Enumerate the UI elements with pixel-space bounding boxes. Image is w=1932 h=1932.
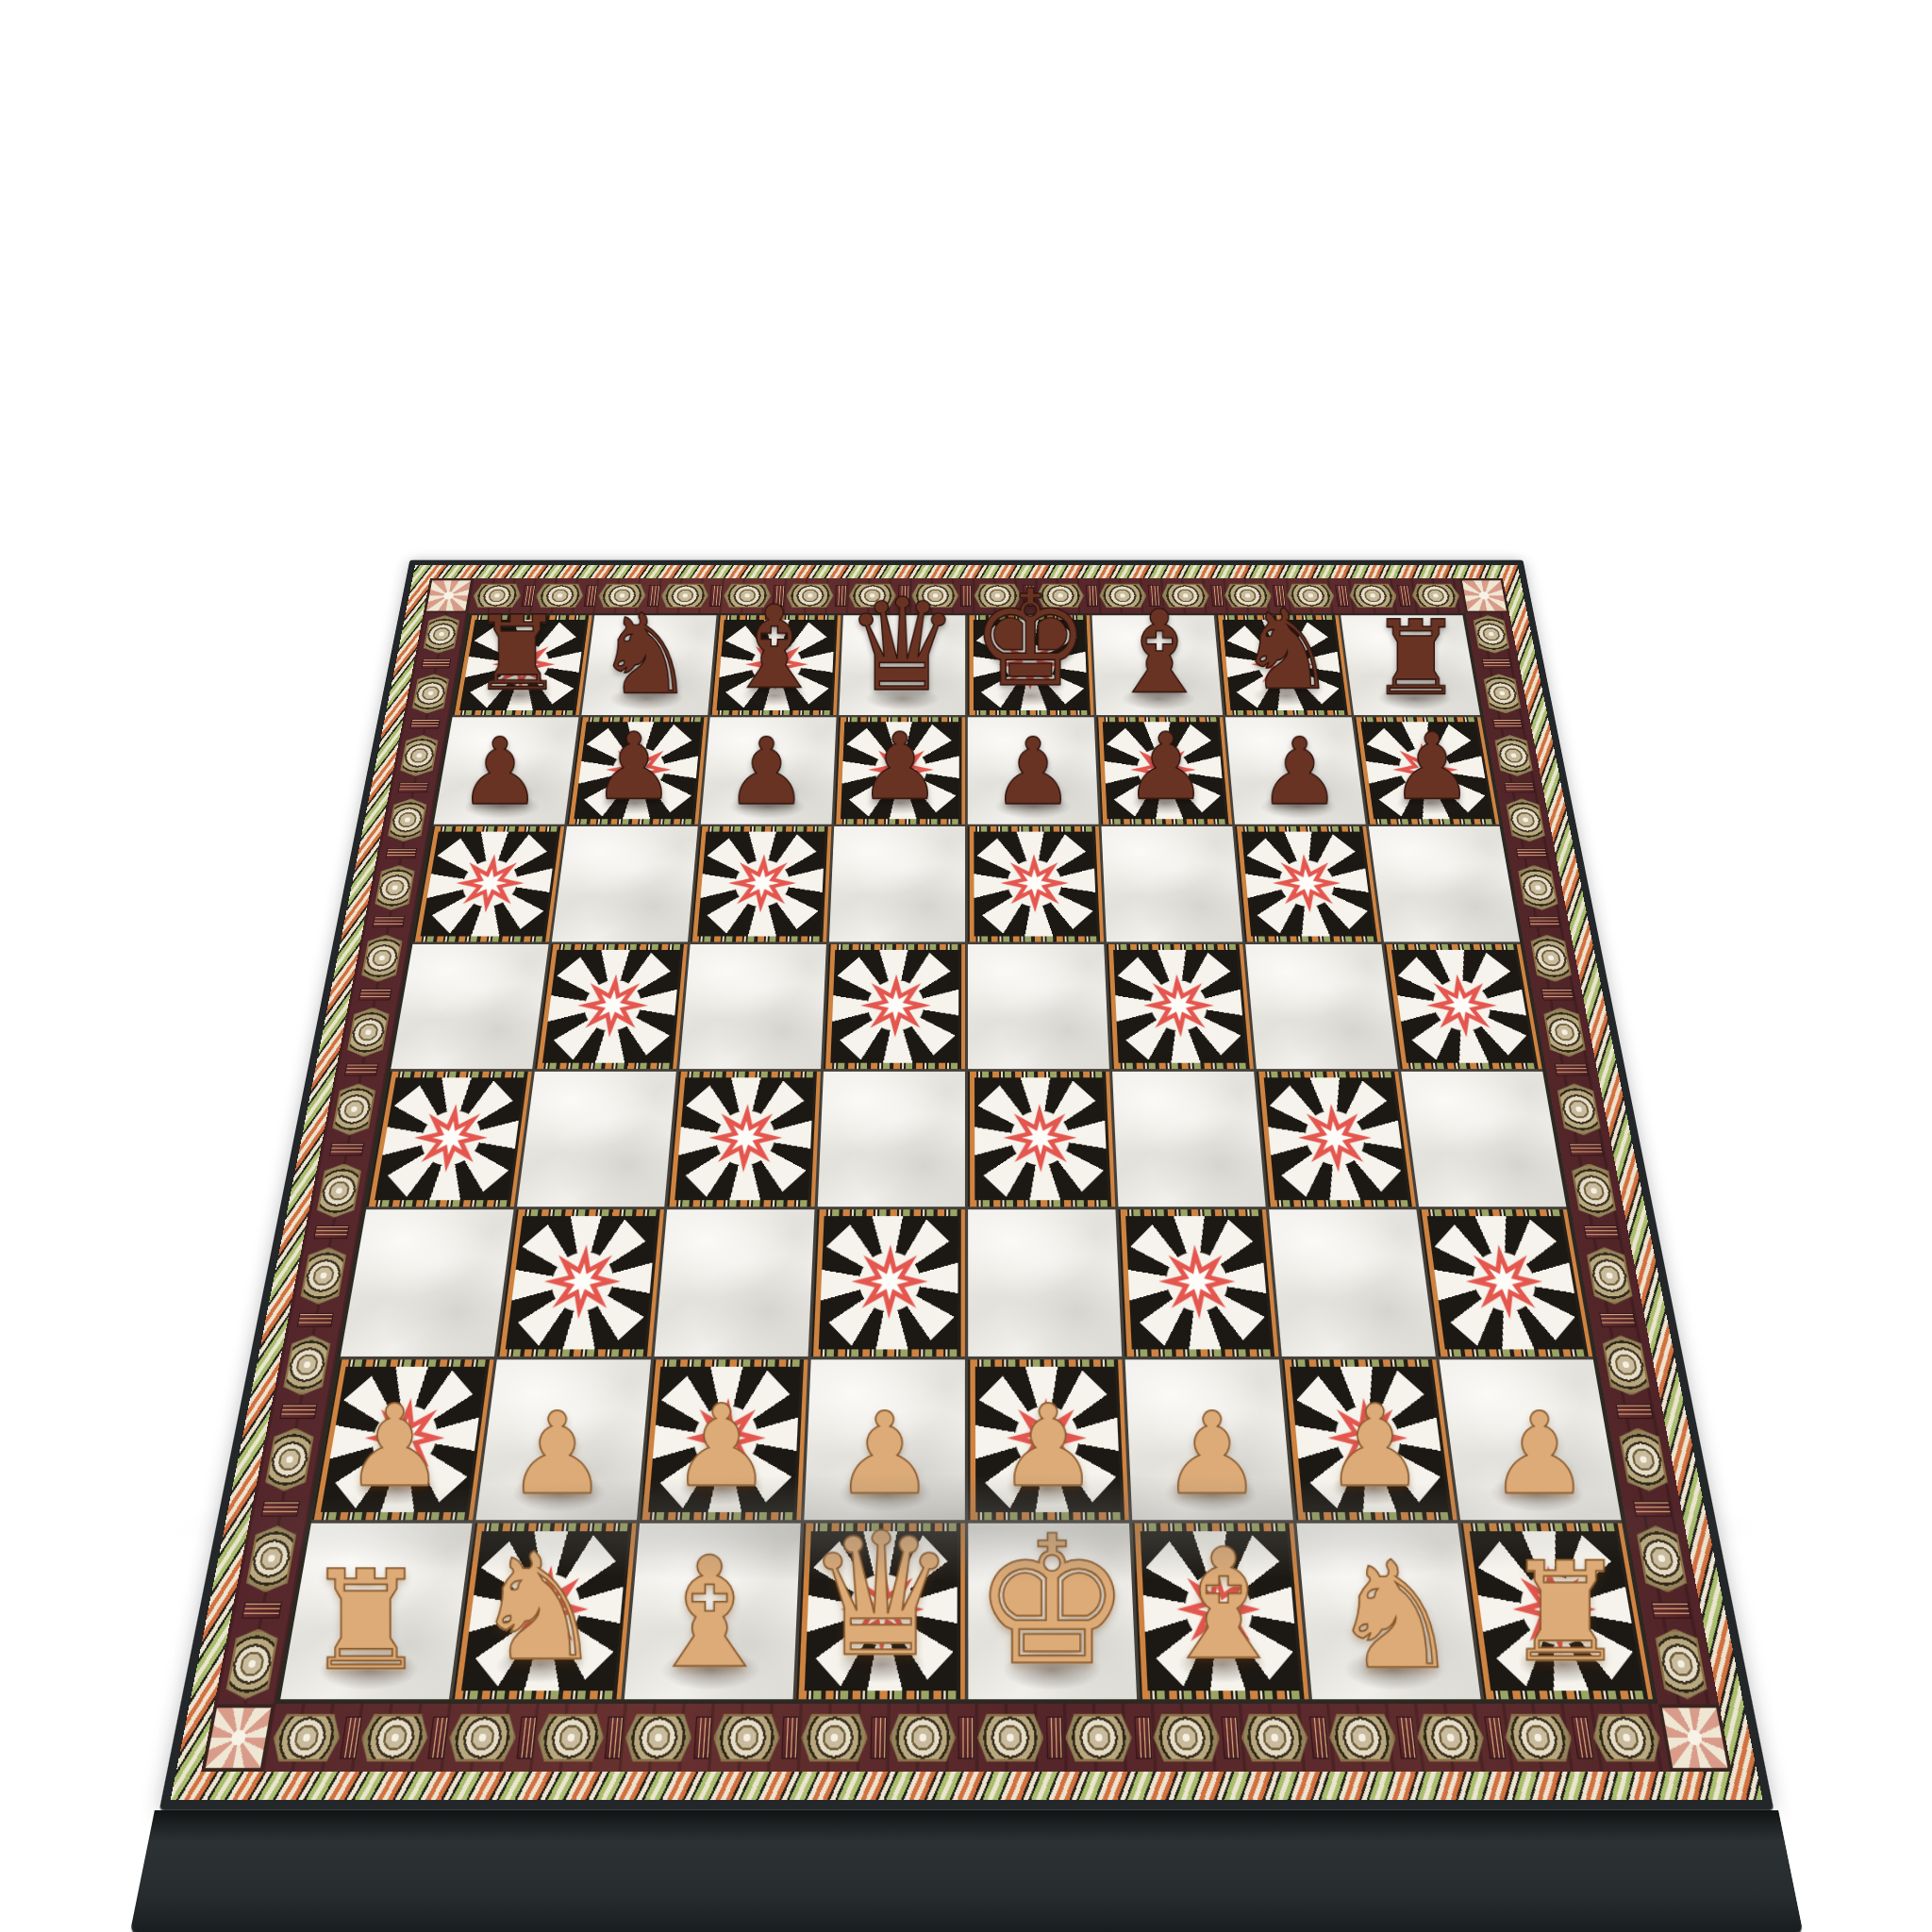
square-e7[interactable]: ♟ [967, 717, 1098, 824]
border-stripe-ribbon: ♜♞♝♛♚♝♞♜♟♟♟♟♟♟♟♟♟♟♟♟♟♟♟♟♜♞♝♛♚♝♞♜ [170, 565, 1762, 1800]
border-separator [960, 585, 972, 607]
border-medallion [1224, 584, 1273, 608]
border-separator [1483, 1717, 1505, 1759]
border-medallion [723, 584, 772, 608]
border-separator [427, 1717, 449, 1759]
border-separator [870, 1717, 887, 1759]
piece-black-pawn-a7[interactable]: ♟ [458, 726, 541, 819]
border-separator [692, 1717, 711, 1759]
border-separator [1515, 848, 1547, 858]
square-h3[interactable] [1419, 1209, 1592, 1357]
square-e6[interactable] [967, 826, 1103, 941]
border-corner-motif [201, 1704, 275, 1772]
border-band-top [467, 578, 1465, 612]
border-separator [709, 585, 723, 607]
piece-black-bishop-c8[interactable]: ♝ [723, 591, 824, 705]
border-medallion [534, 584, 584, 608]
border-medallion [1542, 1008, 1587, 1057]
border-separator [1221, 1717, 1240, 1759]
square-d3[interactable] [810, 1209, 964, 1357]
square-h7[interactable]: ♟ [1354, 717, 1499, 824]
border-medallion [1517, 865, 1559, 909]
border-medallion [889, 1714, 955, 1761]
border-corner-motif [1459, 578, 1509, 612]
border-medallion [1348, 584, 1398, 608]
square-g6[interactable] [1235, 826, 1381, 941]
border-separator [339, 1717, 361, 1759]
square-e8[interactable]: ♚ [967, 615, 1093, 715]
border-separator [604, 1717, 624, 1759]
square-d8[interactable]: ♛ [839, 615, 965, 715]
piece-black-rook-a8[interactable]: ♜ [471, 603, 562, 705]
border-separator [313, 1225, 349, 1239]
border-medallion [623, 1714, 692, 1761]
border-medallion [848, 584, 895, 608]
border-corner-motif [1657, 1704, 1731, 1772]
border-medallion [597, 584, 647, 608]
piece-black-pawn-g7[interactable]: ♟ [1257, 726, 1341, 819]
square-c4[interactable] [667, 1072, 821, 1207]
border-medallion [422, 615, 459, 653]
square-c5[interactable] [679, 944, 826, 1069]
square-b5[interactable] [535, 944, 688, 1069]
border-separator [1133, 1717, 1151, 1759]
border-medallion [315, 1163, 362, 1217]
border-medallion [330, 1084, 375, 1135]
border-medallion [977, 1714, 1043, 1761]
square-d4[interactable] [817, 1072, 964, 1207]
square-h4[interactable] [1401, 1072, 1566, 1207]
piece-black-pawn-h7[interactable]: ♟ [1391, 721, 1474, 813]
square-e4[interactable] [968, 1072, 1115, 1207]
square-f4[interactable] [1112, 1072, 1266, 1207]
border-medallion [1152, 1714, 1221, 1761]
border-separator [1481, 658, 1511, 668]
border-separator [421, 658, 451, 668]
border-separator [1615, 1405, 1653, 1420]
border-separator [1209, 585, 1223, 607]
piece-black-pawn-f7[interactable]: ♟ [1124, 721, 1207, 813]
border-medallion [711, 1714, 780, 1761]
border-medallion [1327, 1714, 1398, 1761]
square-g5[interactable] [1245, 944, 1398, 1069]
square-b8[interactable]: ♞ [581, 615, 716, 715]
border-medallion [359, 935, 403, 982]
square-b4[interactable] [517, 1072, 676, 1207]
border-medallion [1472, 615, 1509, 653]
square-f7[interactable]: ♟ [1096, 717, 1232, 824]
border-separator [397, 782, 428, 792]
piece-black-knight-b8[interactable]: ♞ [595, 599, 694, 710]
border-separator [358, 989, 391, 1000]
border-medallion [911, 584, 958, 608]
square-c8[interactable]: ♝ [709, 615, 840, 715]
border-separator [343, 1064, 377, 1076]
square-f5[interactable] [1107, 944, 1254, 1069]
square-b3[interactable] [497, 1209, 664, 1357]
square-d6[interactable] [828, 826, 964, 941]
border-medallion [410, 674, 449, 713]
product-photo: { "game": "chess", "position": { "fen": … [0, 0, 1932, 1932]
border-medallion [281, 1336, 331, 1395]
square-a8[interactable]: ♜ [452, 615, 591, 715]
square-a4[interactable] [366, 1072, 531, 1207]
border-separator [516, 1717, 537, 1759]
border-medallion [659, 584, 708, 608]
border-medallion [1570, 1163, 1617, 1217]
border-separator [1571, 1717, 1593, 1759]
border-separator [1583, 1225, 1619, 1239]
border-band-bottom [262, 1704, 1669, 1772]
piece-black-pawn-c7[interactable]: ♟ [724, 726, 808, 819]
border-separator [1554, 1064, 1588, 1076]
piece-black-knight-g8[interactable]: ♞ [1237, 594, 1336, 705]
square-d5[interactable] [824, 944, 965, 1069]
border-medallion [535, 1714, 606, 1761]
square-f6[interactable] [1101, 826, 1242, 941]
board-outer-edge: ♜♞♝♛♚♝♞♜♟♟♟♟♟♟♟♟♟♟♟♟♟♟♟♟♜♞♝♛♚♝♞♜ [158, 560, 1774, 1810]
square-g4[interactable] [1257, 1072, 1416, 1207]
border-medallion [1098, 584, 1146, 608]
border-separator [1599, 1313, 1636, 1327]
square-g8[interactable]: ♞ [1216, 615, 1351, 715]
square-h5[interactable] [1384, 944, 1541, 1069]
border-medallion [345, 1008, 390, 1057]
border-medallion [1601, 1336, 1651, 1395]
border-separator [385, 848, 417, 858]
border-separator [1395, 1717, 1416, 1759]
border-medallion [1505, 799, 1545, 841]
piece-black-rook-h8[interactable]: ♜ [1370, 608, 1461, 710]
piece-black-pawn-b7[interactable]: ♟ [592, 721, 675, 813]
square-a3[interactable] [340, 1209, 513, 1357]
border-separator [958, 1717, 974, 1759]
border-separator [1308, 1717, 1328, 1759]
border-separator [1527, 917, 1560, 928]
board-ground-shadow [136, 1472, 1796, 1585]
border-medallion [974, 584, 1021, 608]
photo-canvas: ♜♞♝♛♚♝♞♜♟♟♟♟♟♟♟♟♟♟♟♟♟♟♟♟♜♞♝♛♚♝♞♜ [0, 0, 1932, 1932]
border-medallion [299, 1247, 347, 1304]
border-separator [1504, 782, 1535, 792]
square-b6[interactable] [551, 826, 697, 941]
border-medallion [1414, 1714, 1486, 1761]
border-medallion [224, 1629, 279, 1699]
border-medallion [800, 1714, 867, 1761]
piece-black-bishop-f8[interactable]: ♝ [1108, 595, 1210, 709]
border-medallion [786, 584, 834, 608]
chess-board: ♜♞♝♛♚♝♞♜♟♟♟♟♟♟♟♟♟♟♟♟♟♟♟♟♜♞♝♛♚♝♞♜ [158, 560, 1774, 1810]
border-separator [279, 1405, 317, 1420]
border-medallion [1064, 1714, 1131, 1761]
square-a5[interactable] [391, 944, 548, 1069]
border-corner-motif [424, 578, 474, 612]
border-medallion [1286, 584, 1336, 608]
border-medallion [386, 799, 426, 841]
border-medallion [269, 1714, 342, 1761]
border-medallion [1585, 1247, 1633, 1304]
border-medallion [1036, 584, 1083, 608]
square-a6[interactable] [412, 826, 563, 941]
border-separator [1492, 719, 1523, 728]
border-medallion [399, 735, 439, 775]
border-medallion [1482, 674, 1521, 713]
border-medallion [1556, 1084, 1601, 1135]
border-medallion [1493, 735, 1533, 775]
square-f8[interactable]: ♝ [1091, 615, 1222, 715]
square-e3[interactable] [968, 1209, 1122, 1357]
square-c3[interactable] [654, 1209, 814, 1357]
border-separator [296, 1313, 333, 1327]
square-f3[interactable] [1118, 1209, 1278, 1357]
square-a7[interactable]: ♟ [433, 717, 578, 824]
piece-black-pawn-d7[interactable]: ♟ [858, 721, 941, 813]
piece-black-pawn-e7[interactable]: ♟ [991, 726, 1074, 819]
border-medallion [374, 865, 416, 909]
square-g7[interactable]: ♟ [1224, 717, 1365, 824]
board-front-edge [129, 1810, 1803, 1932]
border-separator [241, 1602, 282, 1618]
square-h8[interactable]: ♜ [1341, 615, 1480, 715]
border-medallion [1240, 1714, 1309, 1761]
square-b7[interactable]: ♟ [567, 717, 708, 824]
square-c6[interactable] [690, 826, 831, 941]
border-medallion-band: ♜♞♝♛♚♝♞♜♟♟♟♟♟♟♟♟♟♟♟♟♟♟♟♟♜♞♝♛♚♝♞♜ [201, 578, 1731, 1772]
border-separator [409, 719, 440, 728]
border-separator [1541, 989, 1574, 1000]
border-medallion [446, 1714, 518, 1761]
border-medallion [1529, 935, 1573, 982]
border-medallion [1590, 1714, 1663, 1761]
border-medallion [471, 584, 522, 608]
square-g3[interactable] [1269, 1209, 1436, 1357]
border-separator [1045, 1717, 1062, 1759]
border-separator [1651, 1602, 1691, 1618]
square-c7[interactable]: ♟ [700, 717, 836, 824]
border-medallion [1502, 1714, 1574, 1761]
square-d7[interactable]: ♟ [834, 717, 965, 824]
border-separator [1568, 1143, 1603, 1156]
border-separator [372, 917, 405, 928]
border-separator [781, 1717, 799, 1759]
square-e5[interactable] [967, 944, 1108, 1069]
border-separator [328, 1143, 363, 1156]
border-medallion [1653, 1629, 1708, 1699]
border-medallion [358, 1714, 430, 1761]
square-h6[interactable] [1368, 826, 1519, 941]
border-medallion [1160, 584, 1209, 608]
